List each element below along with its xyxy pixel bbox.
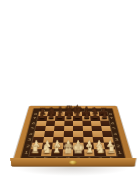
square-c5 <box>54 126 64 131</box>
file-label: c <box>56 109 65 112</box>
file-label: f <box>81 109 90 112</box>
square-c1: ♝ <box>51 149 62 156</box>
file-label: e <box>73 109 81 112</box>
file-label: h <box>98 109 107 112</box>
board-frame: abcdefgh abcdefgh 87654321 87654321 ♜♞♝♛… <box>12 106 135 166</box>
square-f1: ♝ <box>83 149 94 156</box>
piece-white-bishop: ♝ <box>40 143 74 156</box>
piece-shadow <box>42 145 51 149</box>
file-labels-back: abcdefgh <box>39 109 106 112</box>
piece-shadow <box>74 145 83 149</box>
piece-shadow <box>32 145 42 149</box>
piece-shadow <box>84 151 93 155</box>
square-f5 <box>82 126 92 131</box>
piece-shadow <box>105 145 115 149</box>
piece-shadow <box>41 151 51 155</box>
square-b1: ♞ <box>40 149 52 156</box>
piece-shadow <box>52 151 61 155</box>
square-g5 <box>91 126 101 131</box>
chess-board: abcdefgh abcdefgh 87654321 87654321 ♜♞♝♛… <box>12 106 135 166</box>
piece-shadow <box>106 151 116 155</box>
piece-shadow <box>84 145 93 149</box>
piece-shadow <box>63 145 72 149</box>
piece-white-bishop: ♝ <box>72 143 106 156</box>
square-b5 <box>45 126 55 131</box>
square-d1: ♛ <box>62 149 73 156</box>
piece-shadow <box>94 145 103 149</box>
product-photo: abcdefgh abcdefgh 87654321 87654321 ♜♞♝♛… <box>0 0 138 180</box>
file-label: d <box>65 109 73 112</box>
piece-shadow <box>63 151 72 155</box>
board-border-strip: abcdefgh abcdefgh 87654321 87654321 ♜♞♝♛… <box>20 109 126 162</box>
square-d5 <box>64 126 74 131</box>
square-e5 <box>73 126 83 131</box>
square-b8: ♞ <box>47 112 56 116</box>
square-c8: ♝ <box>56 112 65 116</box>
square-h1: ♜ <box>104 149 116 156</box>
board-grid: ♜♞♝♛♚♝♞♜♟♟♟♟♟♟♟♟♟♟♟♟♟♟♟♟♜♞♝♛♚♝♞♜ <box>29 112 116 156</box>
square-e1: ♚ <box>73 149 84 156</box>
square-e8: ♚ <box>73 112 82 116</box>
box-front-panel <box>10 158 136 166</box>
piece-shadow <box>95 151 105 155</box>
square-d8: ♛ <box>64 112 73 116</box>
brass-latch-icon <box>69 160 76 164</box>
piece-shadow <box>74 151 83 155</box>
piece-shadow <box>30 151 40 155</box>
piece-shadow <box>53 145 62 149</box>
